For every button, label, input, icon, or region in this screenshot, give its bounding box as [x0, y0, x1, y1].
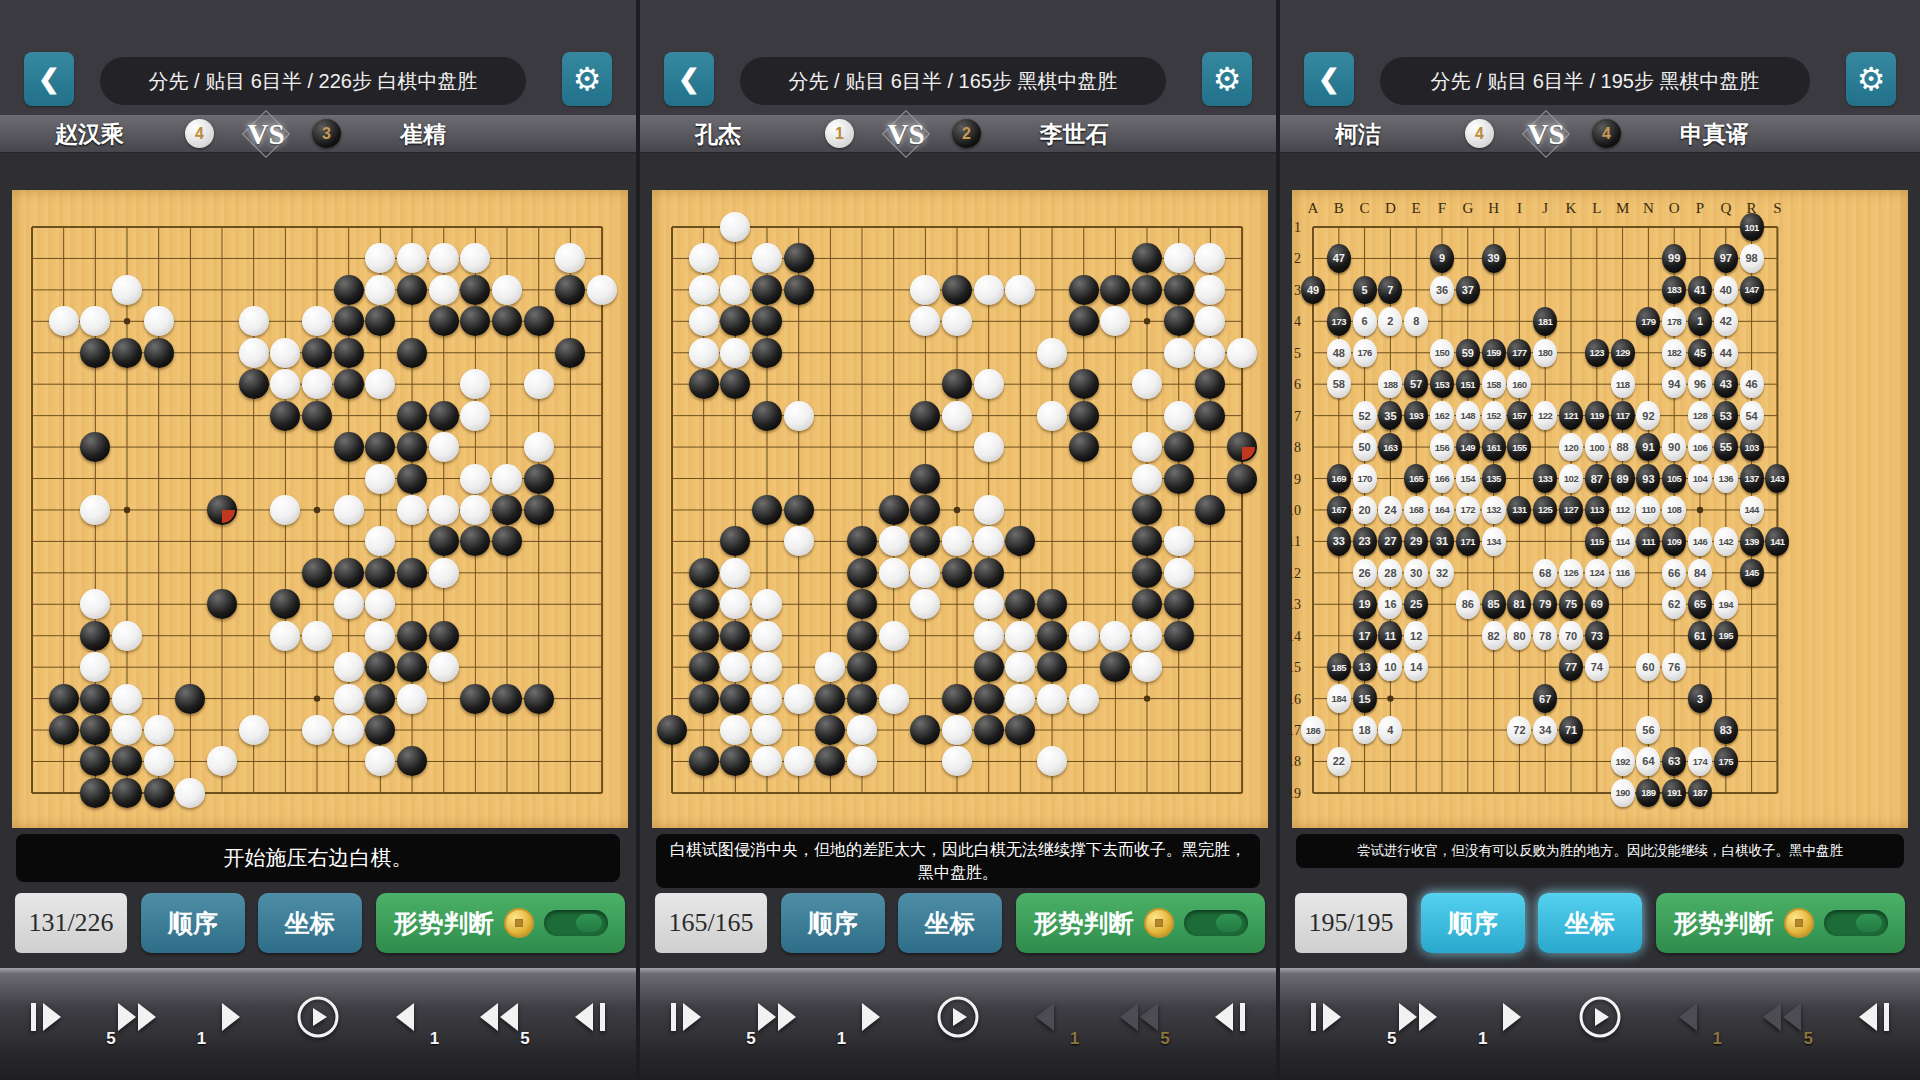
- left-player-name: 柯洁: [1335, 119, 1381, 150]
- coin-icon: [1784, 908, 1814, 938]
- top-bar: ❮ 分先 / 贴目 6目半 / 195步 黑棋中盘胜 ⚙: [1280, 0, 1920, 115]
- playback-icons: 5115: [658, 984, 1258, 1050]
- playback-bar: 5115: [640, 968, 1276, 1080]
- left-player-name: 赵汉乘: [55, 119, 124, 150]
- playback-icons: 5115: [18, 984, 618, 1050]
- play-button[interactable]: [289, 987, 347, 1047]
- step-count-label: 1: [430, 1029, 439, 1049]
- sequence-button[interactable]: 顺序: [141, 893, 245, 953]
- right-player-name: 崔精: [400, 119, 446, 150]
- step-forward-button[interactable]: 1: [1662, 987, 1720, 1047]
- vs-emblem: VS: [878, 109, 934, 159]
- panel-game-2: ❮ 分先 / 贴目 6目半 / 165步 黑棋中盘胜 ⚙ 孔杰 1 VS 2 李…: [640, 0, 1280, 1080]
- settings-button[interactable]: ⚙: [1202, 52, 1252, 106]
- move-counter: 131/226: [15, 893, 127, 953]
- control-row: 131/226 顺序 坐标 形势判断: [0, 893, 636, 955]
- skip-end-button[interactable]: [560, 987, 618, 1047]
- chevron-left-icon: ❮: [678, 64, 700, 95]
- step-forward-button[interactable]: 1: [379, 987, 437, 1047]
- rewind-button[interactable]: 5: [108, 987, 166, 1047]
- player-bar: 赵汉乘 4 VS 3 崔精: [0, 115, 636, 153]
- move-counter: 195/195: [1295, 893, 1407, 953]
- black-capture-stone: 3: [312, 119, 341, 148]
- move-counter: 165/165: [655, 893, 767, 953]
- commentary: 开始施压右边白棋。: [16, 834, 620, 882]
- panel-game-1: ❮ 分先 / 贴目 6目半 / 226步 白棋中盘胜 ⚙ 赵汉乘 4 VS 3 …: [0, 0, 640, 1080]
- back-button[interactable]: ❮: [1304, 52, 1354, 106]
- go-review-app: ❮ 分先 / 贴目 6目半 / 226步 白棋中盘胜 ⚙ 赵汉乘 4 VS 3 …: [0, 0, 1920, 1080]
- top-bar: ❮ 分先 / 贴目 6目半 / 165步 黑棋中盘胜 ⚙: [640, 0, 1276, 115]
- go-board[interactable]: [652, 190, 1268, 828]
- step-count-label: 5: [520, 1029, 529, 1049]
- go-board[interactable]: [12, 190, 628, 828]
- panel-game-3: ❮ 分先 / 贴目 6目半 / 195步 黑棋中盘胜 ⚙ 柯洁 4 VS 4 申…: [1280, 0, 1920, 1080]
- player-bar: 柯洁 4 VS 4 申真谞: [1280, 115, 1920, 153]
- step-count-label: 5: [746, 1029, 755, 1049]
- rewind-button[interactable]: 5: [1389, 987, 1447, 1047]
- skip-start-button[interactable]: [658, 987, 716, 1047]
- game-info-pill: 分先 / 贴目 6目半 / 165步 黑棋中盘胜: [740, 57, 1166, 105]
- sequence-button[interactable]: 顺序: [781, 893, 885, 953]
- gear-icon: ⚙: [573, 60, 602, 98]
- commentary: 尝试进行收官，但没有可以反败为胜的地方。因此没能继续，白棋收子。黑中盘胜: [1296, 834, 1904, 868]
- judge-toggle[interactable]: [1824, 910, 1888, 936]
- judge-toggle[interactable]: [1184, 910, 1248, 936]
- black-capture-stone: 4: [1592, 119, 1621, 148]
- judge-button[interactable]: 形势判断: [1656, 893, 1905, 953]
- play-button[interactable]: [929, 987, 987, 1047]
- control-row: 165/165 顺序 坐标 形势判断: [640, 893, 1276, 955]
- white-capture-stone: 1: [825, 119, 854, 148]
- step-count-label: 5: [1160, 1029, 1169, 1049]
- white-capture-stone: 4: [1465, 119, 1494, 148]
- coin-icon: [1144, 908, 1174, 938]
- chevron-left-icon: ❮: [1318, 64, 1340, 95]
- step-count-label: 1: [1478, 1029, 1487, 1049]
- rewind-button[interactable]: 5: [748, 987, 806, 1047]
- gear-icon: ⚙: [1213, 60, 1242, 98]
- playback-icons: 5115: [1298, 984, 1902, 1050]
- skip-end-button[interactable]: [1200, 987, 1258, 1047]
- coords-button[interactable]: 坐标: [258, 893, 362, 953]
- judge-button[interactable]: 形势判断: [376, 893, 625, 953]
- back-button[interactable]: ❮: [664, 52, 714, 106]
- chevron-left-icon: ❮: [38, 64, 60, 95]
- skip-start-button[interactable]: [1298, 987, 1356, 1047]
- top-bar: ❮ 分先 / 贴目 6目半 / 226步 白棋中盘胜 ⚙: [0, 0, 636, 115]
- step-count-label: 5: [1387, 1029, 1396, 1049]
- coords-button[interactable]: 坐标: [1538, 893, 1642, 953]
- black-capture-stone: 2: [952, 119, 981, 148]
- fast-forward-button[interactable]: 5: [1110, 987, 1168, 1047]
- vs-emblem: VS: [238, 109, 294, 159]
- step-forward-button[interactable]: 1: [1019, 987, 1077, 1047]
- player-bar: 孔杰 1 VS 2 李世石: [640, 115, 1276, 153]
- coords-button[interactable]: 坐标: [898, 893, 1002, 953]
- step-count-label: 1: [1713, 1029, 1722, 1049]
- sequence-button[interactable]: 顺序: [1421, 893, 1525, 953]
- step-back-button[interactable]: 1: [1480, 987, 1538, 1047]
- play-button[interactable]: [1571, 987, 1629, 1047]
- control-row: 195/195 顺序 坐标 形势判断: [1280, 893, 1920, 955]
- white-capture-stone: 4: [185, 119, 214, 148]
- vs-emblem: VS: [1518, 109, 1574, 159]
- playback-bar: 5115: [1280, 968, 1920, 1080]
- left-player-name: 孔杰: [695, 119, 741, 150]
- commentary: 白棋试图侵消中央，但地的差距太大，因此白棋无法继续撑下去而收子。黑完胜， 黑中盘…: [656, 834, 1260, 888]
- settings-button[interactable]: ⚙: [1846, 52, 1896, 106]
- game-info-pill: 分先 / 贴目 6目半 / 226步 白棋中盘胜: [100, 57, 526, 105]
- skip-start-button[interactable]: [18, 987, 76, 1047]
- game-info-pill: 分先 / 贴目 6目半 / 195步 黑棋中盘胜: [1380, 57, 1810, 105]
- gear-icon: ⚙: [1857, 60, 1886, 98]
- step-back-button[interactable]: 1: [839, 987, 897, 1047]
- fast-forward-button[interactable]: 5: [470, 987, 528, 1047]
- step-count-label: 5: [1804, 1029, 1813, 1049]
- right-player-name: 李世石: [1040, 119, 1109, 150]
- step-count-label: 1: [1070, 1029, 1079, 1049]
- coin-icon: [504, 908, 534, 938]
- right-player-name: 申真谞: [1680, 119, 1749, 150]
- judge-button[interactable]: 形势判断: [1016, 893, 1265, 953]
- step-count-label: 1: [837, 1029, 846, 1049]
- step-count-label: 1: [197, 1029, 206, 1049]
- back-button[interactable]: ❮: [24, 52, 74, 106]
- playback-bar: 5115: [0, 968, 636, 1080]
- step-count-label: 5: [106, 1029, 115, 1049]
- step-back-button[interactable]: 1: [199, 987, 257, 1047]
- fast-forward-button[interactable]: 5: [1753, 987, 1811, 1047]
- go-board[interactable]: [1292, 190, 1908, 828]
- settings-button[interactable]: ⚙: [562, 52, 612, 106]
- skip-end-button[interactable]: [1844, 987, 1902, 1047]
- judge-toggle[interactable]: [544, 910, 608, 936]
